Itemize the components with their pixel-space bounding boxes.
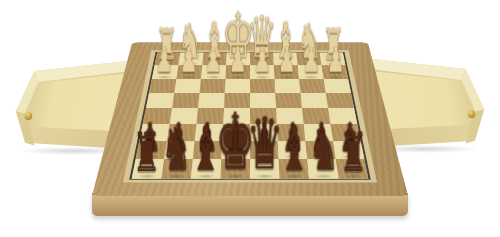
chess-piece-black-rook[interactable]: ♜ [133, 127, 161, 178]
board-square[interactable]: ♞ [161, 159, 193, 178]
chess-piece-white-pawn[interactable]: ♟ [278, 45, 296, 78]
board-scene: ♜♞♝♚♛♝♞♜♟♟♟♟♟♟♟♟♟♟♟♟♟♟♟♟♜♞♝♚♛♝♞♜ [92, 42, 408, 196]
board-square[interactable]: ♟ [298, 65, 324, 78]
board-square[interactable]: ♜ [132, 159, 165, 178]
chess-piece-white-pawn[interactable]: ♟ [180, 45, 198, 78]
board-square[interactable]: ♞ [307, 159, 339, 178]
board-square[interactable]: ♟ [152, 65, 179, 78]
chess-piece-black-bishop[interactable]: ♝ [279, 120, 311, 179]
board-square[interactable]: ♟ [322, 65, 349, 78]
board-square[interactable] [250, 79, 275, 93]
board-square[interactable] [275, 79, 301, 93]
board-square[interactable] [174, 79, 201, 93]
board-square[interactable] [324, 79, 351, 93]
board-square[interactable] [326, 93, 354, 108]
board-square[interactable] [149, 79, 176, 93]
chess-piece-black-knight[interactable]: ♞ [309, 121, 340, 178]
board-square[interactable] [200, 79, 226, 93]
chess-box-front [92, 193, 408, 216]
board-frame: ♜♞♝♚♛♝♞♜♟♟♟♟♟♟♟♟♟♟♟♟♟♟♟♟♜♞♝♚♛♝♞♜ [92, 42, 408, 196]
chess-piece-white-pawn[interactable]: ♟ [253, 45, 271, 78]
board-square[interactable]: ♝ [191, 159, 222, 178]
chess-piece-white-pawn[interactable]: ♟ [302, 45, 320, 78]
board-square[interactable] [225, 79, 250, 93]
chess-set-photo: ♜♞♝♚♛♝♞♜♟♟♟♟♟♟♟♟♟♟♟♟♟♟♟♟♜♞♝♚♛♝♞♜ [0, 0, 500, 237]
chess-board: ♜♞♝♚♛♝♞♜♟♟♟♟♟♟♟♟♟♟♟♟♟♟♟♟♜♞♝♚♛♝♞♜ [129, 52, 371, 180]
chess-piece-black-bishop[interactable]: ♝ [190, 120, 222, 179]
board-square[interactable]: ♟ [250, 65, 275, 78]
board-square[interactable]: ♝ [279, 159, 310, 178]
board-square[interactable]: ♛ [250, 159, 280, 178]
board-square[interactable]: ♟ [274, 65, 299, 78]
board-square[interactable] [300, 93, 328, 108]
board-square[interactable]: ♟ [225, 65, 250, 78]
board-inner-strip: ♜♞♝♚♛♝♞♜♟♟♟♟♟♟♟♟♟♟♟♟♟♟♟♟♜♞♝♚♛♝♞♜ [123, 50, 377, 182]
board-square[interactable]: ♜ [336, 159, 369, 178]
chess-piece-black-knight[interactable]: ♞ [161, 121, 192, 178]
chess-piece-black-rook[interactable]: ♜ [340, 127, 368, 178]
chess-piece-white-pawn[interactable]: ♟ [155, 45, 173, 78]
chess-piece-white-pawn[interactable]: ♟ [229, 45, 247, 78]
board-square[interactable] [172, 93, 200, 108]
chess-piece-white-pawn[interactable]: ♟ [327, 45, 345, 78]
board-square[interactable] [299, 79, 326, 93]
board-square[interactable] [146, 93, 174, 108]
board-square[interactable]: ♟ [201, 65, 226, 78]
chess-piece-white-pawn[interactable]: ♟ [204, 45, 222, 78]
board-square[interactable]: ♟ [176, 65, 202, 78]
